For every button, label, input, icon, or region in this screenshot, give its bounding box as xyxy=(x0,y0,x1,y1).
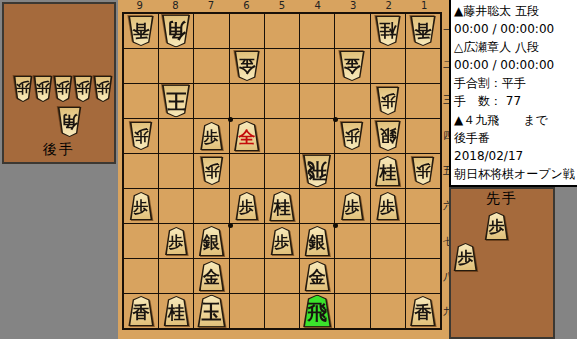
board-cell-45[interactable]: 飛 xyxy=(300,154,334,188)
shogi-piece-sente[interactable]: 歩 xyxy=(235,192,259,220)
last-move-text: ▲４九飛 まで xyxy=(454,111,577,129)
board-cell-24[interactable]: 銀 xyxy=(371,119,405,153)
board-cell-64[interactable]: 全 xyxy=(230,119,264,153)
column-label: 8 xyxy=(158,0,194,12)
shogi-piece-sente[interactable]: 歩 xyxy=(270,227,294,255)
shogi-piece-gote[interactable]: 王 xyxy=(161,85,191,118)
piece-glyph: 金 xyxy=(233,57,260,74)
piece-glyph: 銀 xyxy=(198,233,225,250)
shogi-piece-sente[interactable]: 歩 xyxy=(484,212,509,240)
board-cell-39[interactable] xyxy=(335,294,369,328)
shogi-piece-sente[interactable]: 歩 xyxy=(200,122,224,150)
sente-hand-pieces: 歩歩 xyxy=(451,189,553,337)
board-cell-11[interactable]: 香 xyxy=(406,14,440,48)
board-cell-76[interactable] xyxy=(194,189,228,223)
board-cell-72[interactable] xyxy=(194,49,228,83)
board-cell-94[interactable]: 歩 xyxy=(124,119,158,153)
board-cell-16[interactable] xyxy=(406,189,440,223)
board-cell-87[interactable]: 歩 xyxy=(159,224,193,258)
piece-glyph: 王 xyxy=(161,90,191,110)
move-count: 手 数： 77 xyxy=(454,92,577,110)
star-point xyxy=(228,223,233,228)
shogi-piece-gote[interactable]: 飛 xyxy=(302,155,332,188)
board-cell-73[interactable] xyxy=(194,84,228,118)
piece-glyph: 歩 xyxy=(164,234,188,249)
shogi-piece-gote[interactable]: 歩 xyxy=(376,87,400,115)
sente-player-name: ▲藤井聡太 五段 xyxy=(454,2,577,20)
shogi-piece-gote[interactable]: 桂 xyxy=(374,16,401,46)
board-cell-77[interactable]: 銀 xyxy=(194,224,228,258)
board-cell-66[interactable]: 歩 xyxy=(230,189,264,223)
board-cell-59[interactable] xyxy=(265,294,299,328)
gote-clock: 00:00 / 00:00:00 xyxy=(454,56,577,74)
piece-glyph: 香 xyxy=(128,303,155,320)
board-cell-14[interactable] xyxy=(406,119,440,153)
shogi-piece-gote[interactable]: 歩 xyxy=(33,76,53,102)
piece-glyph: 歩 xyxy=(13,81,33,95)
shogi-piece-gote[interactable]: 歩 xyxy=(53,76,73,102)
board-cell-52[interactable] xyxy=(265,49,299,83)
piece-glyph: 歩 xyxy=(200,129,224,144)
column-label: 9 xyxy=(122,0,158,12)
piece-glyph: 銀 xyxy=(304,233,331,250)
board-cell-26[interactable]: 歩 xyxy=(371,189,405,223)
shogi-piece-sente[interactable]: 香 xyxy=(409,296,436,326)
piece-glyph: 金 xyxy=(198,268,225,285)
shogi-piece-sente[interactable]: 歩 xyxy=(129,192,153,220)
board-cell-99[interactable]: 香 xyxy=(124,294,158,328)
column-label: 5 xyxy=(264,0,300,12)
shogi-piece-sente[interactable]: 金 xyxy=(304,261,331,291)
shogi-piece-gote[interactable]: 角 xyxy=(161,15,191,48)
board-cell-81[interactable]: 角 xyxy=(159,14,193,48)
board-cell-92[interactable] xyxy=(124,49,158,83)
board-cell-53[interactable] xyxy=(265,84,299,118)
board-cell-25[interactable]: 桂 xyxy=(371,154,405,188)
board-cell-62[interactable]: 金 xyxy=(230,49,264,83)
board-cell-17[interactable] xyxy=(406,224,440,258)
board-cell-15[interactable]: 歩 xyxy=(406,154,440,188)
board-cell-33[interactable] xyxy=(335,84,369,118)
shogi-piece-sente[interactable]: 歩 xyxy=(376,192,400,220)
piece-glyph: 歩 xyxy=(73,81,93,95)
piece-glyph: 飛 xyxy=(302,160,332,180)
shogi-piece-sente[interactable]: 銀 xyxy=(304,226,331,256)
shogi-piece-sente[interactable]: 歩 xyxy=(164,227,188,255)
shogi-piece-sente[interactable]: 飛 xyxy=(302,295,332,328)
board-cell-38[interactable] xyxy=(335,259,369,293)
piece-glyph: 歩 xyxy=(33,81,53,95)
board-cell-65[interactable] xyxy=(230,154,264,188)
board-cell-51[interactable] xyxy=(265,14,299,48)
piece-glyph: 歩 xyxy=(411,163,435,178)
board-cell-61[interactable] xyxy=(230,14,264,48)
piece-glyph: 角 xyxy=(161,20,191,40)
gote-hand-pieces: 歩歩歩歩歩角 xyxy=(4,4,114,162)
shogi-piece-sente[interactable]: 桂 xyxy=(268,191,295,221)
board-cell-41[interactable] xyxy=(300,14,334,48)
star-point xyxy=(228,117,233,122)
gote-hand-tray: 歩歩歩歩歩角 後手 xyxy=(2,2,116,164)
column-label: 6 xyxy=(229,0,265,12)
board-cell-67[interactable] xyxy=(230,224,264,258)
board-cell-78[interactable]: 金 xyxy=(194,259,228,293)
shogi-piece-sente[interactable]: 歩 xyxy=(453,243,478,271)
board-cell-43[interactable] xyxy=(300,84,334,118)
board-cell-49[interactable]: 飛 xyxy=(300,294,334,328)
board-cell-85[interactable] xyxy=(159,154,193,188)
column-label: 3 xyxy=(335,0,371,12)
board-cell-22[interactable] xyxy=(371,49,405,83)
board-cell-13[interactable] xyxy=(406,84,440,118)
board-cell-74[interactable]: 歩 xyxy=(194,119,228,153)
board-cell-44[interactable] xyxy=(300,119,334,153)
board-cell-46[interactable] xyxy=(300,189,334,223)
board-cell-63[interactable] xyxy=(230,84,264,118)
board-cell-55[interactable] xyxy=(265,154,299,188)
board-cell-93[interactable] xyxy=(124,84,158,118)
piece-glyph: 歩 xyxy=(340,128,364,143)
shogi-piece-gote[interactable]: 歩 xyxy=(411,157,435,185)
star-point xyxy=(333,117,338,122)
shogi-piece-sente[interactable]: 歩 xyxy=(340,192,364,220)
piece-glyph: 歩 xyxy=(129,199,153,214)
piece-glyph: 歩 xyxy=(376,93,400,108)
handicap-info: 手合割：平手 xyxy=(454,74,577,92)
board-cell-23[interactable]: 歩 xyxy=(371,84,405,118)
piece-glyph: 角 xyxy=(57,113,82,130)
shogi-piece-gote[interactable]: 歩 xyxy=(73,76,93,102)
shogi-piece-sente[interactable]: 桂 xyxy=(374,156,401,186)
board-cell-34[interactable]: 歩 xyxy=(335,119,369,153)
sente-clock: 00:00 / 00:00:00 xyxy=(454,20,577,38)
game-date: 2018/02/17 xyxy=(454,147,577,165)
shogi-piece-gote[interactable]: 歩 xyxy=(129,122,153,150)
shogi-board: 987654321 一二三四五六七八九 香角桂香金金王歩歩歩全歩銀歩飛桂歩歩歩桂… xyxy=(118,0,450,339)
board-cell-27[interactable] xyxy=(371,224,405,258)
board-cell-47[interactable]: 銀 xyxy=(300,224,334,258)
shogi-piece-gote[interactable]: 歩 xyxy=(200,157,224,185)
board-cell-96[interactable]: 歩 xyxy=(124,189,158,223)
board-cell-36[interactable]: 歩 xyxy=(335,189,369,223)
board-cell-12[interactable] xyxy=(406,49,440,83)
piece-glyph: 香 xyxy=(409,22,436,39)
shogi-piece-sente[interactable]: 玉 xyxy=(197,295,227,328)
board-cell-32[interactable]: 金 xyxy=(335,49,369,83)
piece-glyph: 桂 xyxy=(374,22,401,39)
star-point xyxy=(333,223,338,228)
board-cell-56[interactable]: 桂 xyxy=(265,189,299,223)
shogi-piece-sente[interactable]: 全 xyxy=(233,121,260,151)
piece-glyph: 香 xyxy=(409,303,436,320)
board-cell-31[interactable] xyxy=(335,14,369,48)
shogi-piece-gote[interactable]: 歩 xyxy=(340,122,364,150)
piece-glyph: 歩 xyxy=(200,163,224,178)
shogi-piece-gote[interactable]: 金 xyxy=(339,51,366,81)
board-cell-54[interactable] xyxy=(265,119,299,153)
board-cell-95[interactable] xyxy=(124,154,158,188)
board-grid[interactable]: 香角桂香金金王歩歩歩全歩銀歩飛桂歩歩歩桂歩歩歩銀歩銀金金香桂玉飛香 xyxy=(122,12,442,330)
piece-glyph: 全 xyxy=(233,128,260,145)
shogi-piece-gote[interactable]: 香 xyxy=(409,16,436,46)
board-cell-57[interactable]: 歩 xyxy=(265,224,299,258)
board-cell-42[interactable] xyxy=(300,49,334,83)
piece-glyph: 桂 xyxy=(374,163,401,180)
gote-player-name: △広瀬章人 八段 xyxy=(454,38,577,56)
board-cell-83[interactable]: 王 xyxy=(159,84,193,118)
board-cell-75[interactable]: 歩 xyxy=(194,154,228,188)
shogi-piece-sente[interactable]: 金 xyxy=(198,261,225,291)
board-cell-37[interactable] xyxy=(335,224,369,258)
board-cell-28[interactable] xyxy=(371,259,405,293)
board-cell-48[interactable]: 金 xyxy=(300,259,334,293)
column-labels: 987654321 xyxy=(122,0,442,12)
shogi-piece-gote[interactable]: 銀 xyxy=(374,121,401,151)
board-cell-79[interactable]: 玉 xyxy=(194,294,228,328)
column-label: 4 xyxy=(300,0,336,12)
piece-glyph: 金 xyxy=(304,268,331,285)
board-cell-82[interactable] xyxy=(159,49,193,83)
piece-glyph: 銀 xyxy=(374,127,401,144)
shogi-piece-sente[interactable]: 桂 xyxy=(163,296,190,326)
shogi-piece-gote[interactable]: 金 xyxy=(233,51,260,81)
column-label: 1 xyxy=(407,0,443,12)
column-label: 7 xyxy=(193,0,229,12)
piece-glyph: 金 xyxy=(339,57,366,74)
piece-glyph: 香 xyxy=(128,22,155,39)
shogi-piece-gote[interactable]: 角 xyxy=(57,107,82,137)
board-cell-89[interactable]: 桂 xyxy=(159,294,193,328)
piece-glyph: 歩 xyxy=(453,250,478,266)
piece-glyph: 桂 xyxy=(163,303,190,320)
piece-glyph: 歩 xyxy=(340,199,364,214)
shogi-piece-sente[interactable]: 銀 xyxy=(198,226,225,256)
piece-glyph: 歩 xyxy=(129,128,153,143)
piece-glyph: 歩 xyxy=(53,81,73,95)
piece-glyph: 歩 xyxy=(270,234,294,249)
gote-label: 後手 xyxy=(4,141,114,159)
side-to-move: 後手番 xyxy=(454,129,577,147)
board-cell-71[interactable] xyxy=(194,14,228,48)
board-cell-68[interactable] xyxy=(230,259,264,293)
board-cell-35[interactable] xyxy=(335,154,369,188)
board-cell-84[interactable] xyxy=(159,119,193,153)
board-cell-91[interactable]: 香 xyxy=(124,14,158,48)
board-cell-21[interactable]: 桂 xyxy=(371,14,405,48)
piece-glyph: 桂 xyxy=(268,198,295,215)
piece-glyph: 飛 xyxy=(302,302,332,322)
piece-glyph: 歩 xyxy=(484,219,509,235)
shogi-piece-sente[interactable]: 香 xyxy=(128,296,155,326)
shogi-piece-gote[interactable]: 歩 xyxy=(13,76,33,102)
board-cell-69[interactable] xyxy=(230,294,264,328)
piece-glyph: 歩 xyxy=(235,199,259,214)
sente-hand-tray: 先手 歩歩 xyxy=(449,187,555,339)
board-cell-58[interactable] xyxy=(265,259,299,293)
piece-glyph: 歩 xyxy=(93,81,113,95)
column-label: 2 xyxy=(371,0,407,12)
board-cell-98[interactable] xyxy=(124,259,158,293)
board-cell-18[interactable] xyxy=(406,259,440,293)
shogi-piece-gote[interactable]: 歩 xyxy=(93,76,113,102)
board-cell-29[interactable] xyxy=(371,294,405,328)
board-cell-86[interactable] xyxy=(159,189,193,223)
tournament-name: 朝日杯将棋オープン戦 xyxy=(454,165,577,183)
piece-glyph: 玉 xyxy=(197,302,227,322)
piece-glyph: 歩 xyxy=(376,199,400,214)
board-cell-19[interactable]: 香 xyxy=(406,294,440,328)
board-cell-97[interactable] xyxy=(124,224,158,258)
shogi-piece-gote[interactable]: 香 xyxy=(128,16,155,46)
game-info-panel: ▲藤井聡太 五段 00:00 / 00:00:00 △広瀬章人 八段 00:00… xyxy=(449,0,577,187)
board-cell-88[interactable] xyxy=(159,259,193,293)
